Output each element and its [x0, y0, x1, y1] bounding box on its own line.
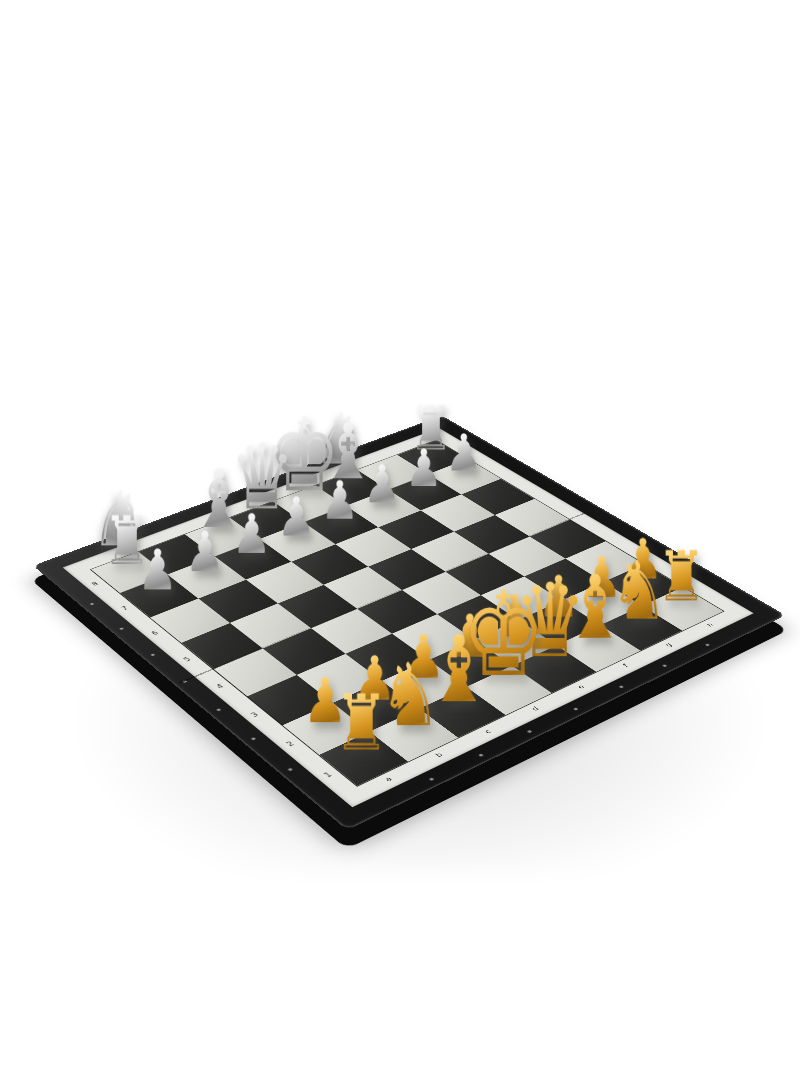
rank-label-7: 7 [117, 604, 133, 612]
frame-screw-dot [619, 686, 624, 689]
file-label-g: g [661, 641, 677, 650]
silver-pawn: ♟ [232, 507, 271, 562]
file-label-f: f [617, 661, 634, 670]
frame-screw-dot [662, 664, 667, 667]
frame-screw-dot [90, 603, 94, 605]
silver-pawn: ♟ [364, 458, 402, 511]
file-label-d: d [527, 704, 544, 714]
silver-pawn: ♟ [138, 542, 178, 598]
frame-screw-dot [216, 708, 221, 711]
frame-screw-dot [573, 708, 578, 711]
frame-screw-dot [429, 778, 434, 781]
frame-screw-dot [288, 768, 293, 771]
file-label-e: e [573, 682, 590, 691]
silver-pawn: ♟ [405, 443, 442, 495]
frame-screw-dot [150, 653, 154, 655]
silver-pawn: ♟ [186, 524, 226, 580]
rank-label-4: 4 [212, 682, 229, 691]
file-label-a: a [380, 774, 398, 785]
file-label-c: c [480, 727, 498, 737]
frame-screw-dot [527, 730, 532, 733]
frame-screw-dot [119, 627, 123, 629]
rank-label-2: 2 [282, 739, 300, 749]
rank-label-6: 6 [147, 629, 164, 638]
frame-screw-dot [251, 737, 256, 740]
frame-screw-dot [479, 754, 484, 757]
rank-label-1: 1 [319, 770, 337, 781]
chess-set-photo: ♜♞♝♛♚♝♞♜♟♟♟♟♟♟♟♟♟♟♟♟♟♟♟♟♜♞♝♚♛♝♞♜ 8765432… [0, 0, 800, 1091]
silver-pawn: ♟ [321, 474, 359, 527]
frame-screw-dot [705, 644, 709, 646]
rank-label-5: 5 [179, 655, 196, 664]
rank-label-3: 3 [246, 710, 264, 720]
square-a1: ♜ [319, 731, 408, 785]
rank-label-8: 8 [87, 580, 103, 588]
file-label-h: h [703, 621, 719, 629]
silver-pawn: ♟ [277, 490, 316, 544]
gold-rook: ♜ [334, 685, 389, 762]
file-label-b: b [430, 750, 448, 760]
silver-pawn: ♟ [446, 428, 483, 479]
